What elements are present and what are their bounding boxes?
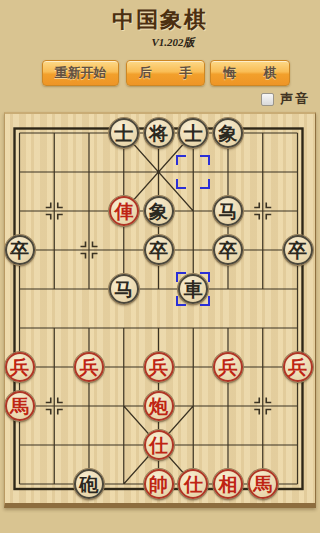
piece-red-soldier[interactable]: 兵: [213, 352, 243, 382]
piece-black-soldier[interactable]: 卒: [144, 235, 174, 265]
piece-black-soldier[interactable]: 卒: [213, 235, 243, 265]
xiangqi-board[interactable]: 士将士象俥象马卒卒卒卒马車兵兵兵兵兵馬炮仕砲帥仕相馬: [4, 112, 316, 508]
piece-red-soldier[interactable]: 兵: [283, 352, 313, 382]
piece-red-horse[interactable]: 馬: [5, 391, 35, 421]
piece-red-general[interactable]: 帥: [144, 469, 174, 499]
piece-red-chariot[interactable]: 俥: [109, 196, 139, 226]
sound-setting: 声音: [0, 89, 320, 105]
piece-black-general[interactable]: 将: [144, 118, 174, 148]
piece-black-elephant[interactable]: 象: [213, 118, 243, 148]
undo-button[interactable]: 悔 棋: [210, 60, 290, 86]
piece-red-soldier[interactable]: 兵: [74, 352, 104, 382]
piece-red-elephant[interactable]: 相: [213, 469, 243, 499]
piece-black-elephant[interactable]: 象: [144, 196, 174, 226]
restart-button[interactable]: 重新开始: [42, 60, 119, 86]
sound-label: 声音: [280, 90, 310, 108]
piece-black-soldier[interactable]: 卒: [283, 235, 313, 265]
piece-black-advisor[interactable]: 士: [109, 118, 139, 148]
piece-red-advisor[interactable]: 仕: [144, 430, 174, 460]
page-title: 中国象棋: [0, 5, 320, 35]
piece-black-horse[interactable]: 马: [213, 196, 243, 226]
play-second-button[interactable]: 后 手: [126, 60, 205, 86]
piece-red-horse[interactable]: 馬: [248, 469, 278, 499]
version-label: V1.202版: [0, 35, 320, 50]
piece-red-soldier[interactable]: 兵: [144, 352, 174, 382]
piece-black-soldier[interactable]: 卒: [5, 235, 35, 265]
piece-red-soldier[interactable]: 兵: [5, 352, 35, 382]
piece-black-horse[interactable]: 马: [109, 274, 139, 304]
piece-black-cannon[interactable]: 砲: [74, 469, 104, 499]
sound-checkbox[interactable]: [261, 93, 274, 106]
piece-red-cannon[interactable]: 炮: [144, 391, 174, 421]
